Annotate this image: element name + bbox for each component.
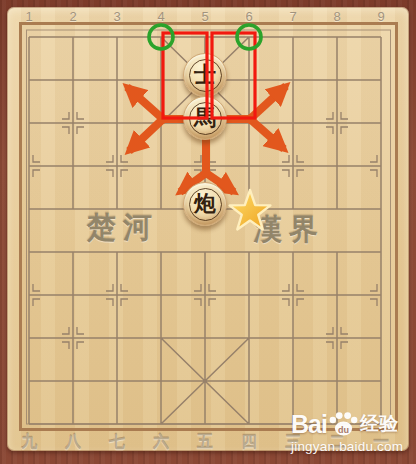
jingyan-logo-text: 经验: [360, 411, 398, 437]
star-marker: [230, 190, 271, 229]
baidu-logo-text: Bai: [291, 410, 327, 439]
watermark-url: jingyan.baidu.com: [291, 439, 415, 454]
tutorial-annotations: [0, 0, 416, 464]
baidu-logo-row: Bai du 经验: [291, 410, 415, 438]
baidu-jingyan-watermark: Bai du 经验 jingyan.baidu.com: [291, 410, 415, 454]
baidu-paw-icon: du: [328, 410, 359, 438]
xiangqi-tutorial-screenshot: 楚河 漢界 士馬炮: [0, 0, 416, 464]
baidu-du-text: du: [338, 425, 349, 435]
green-target-circles: [149, 25, 261, 49]
green-circle-col4: [149, 25, 173, 49]
red-box-right: [212, 33, 255, 118]
green-circle-col6: [237, 25, 261, 49]
